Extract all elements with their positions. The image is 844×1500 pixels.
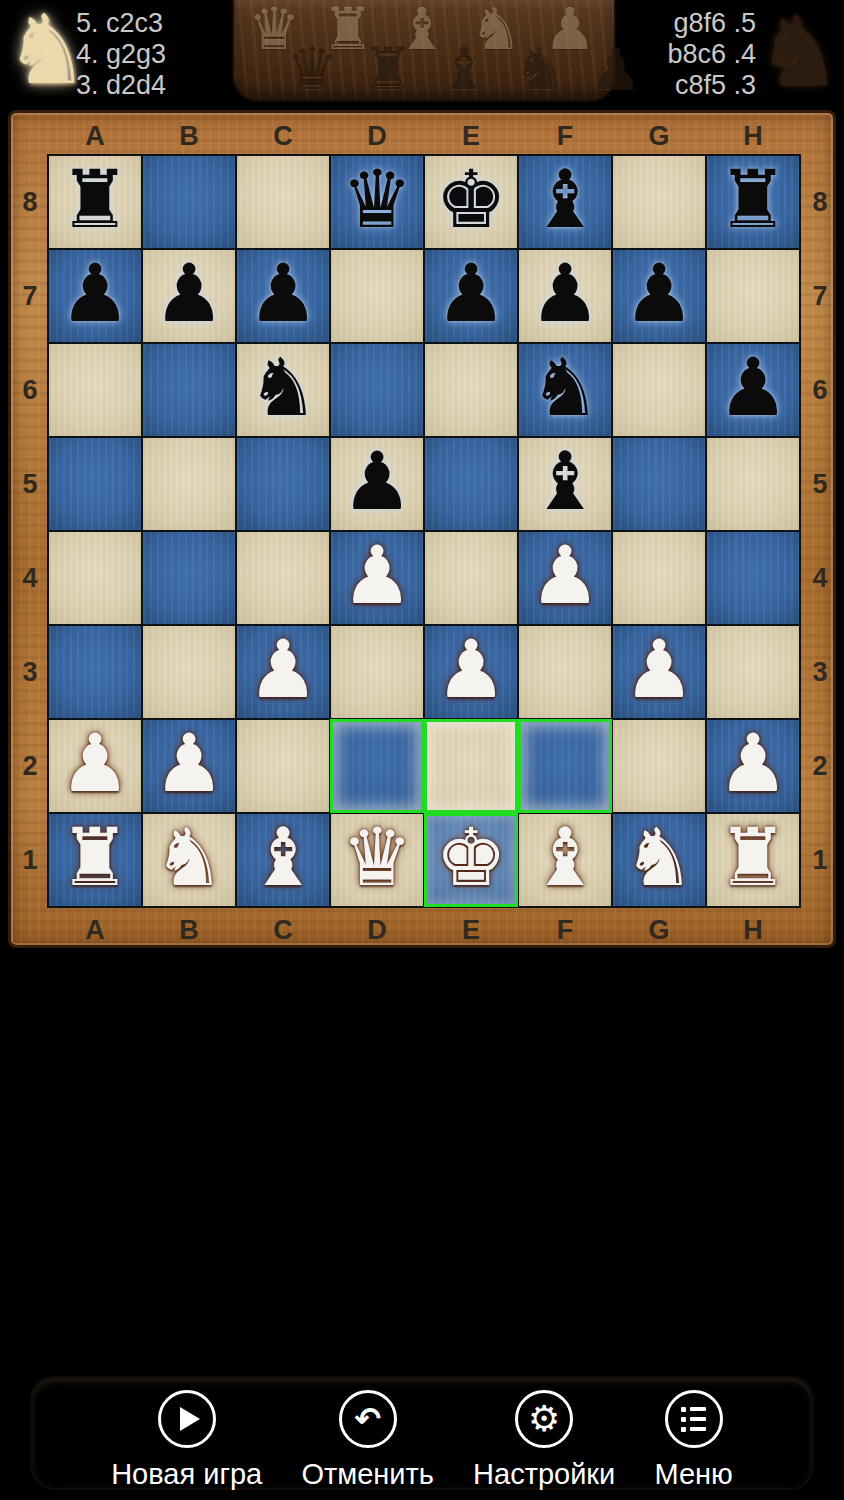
board-frame: ABCDEFGH 87654321 ♜♛♚♝♜♟♟♟♟♟♟♞♞♟♟♝♟♟♟♟♟♟… bbox=[8, 110, 836, 948]
rank-label-4-right: 4 bbox=[805, 531, 835, 625]
square-d8[interactable]: ♛ bbox=[330, 155, 424, 249]
square-d7[interactable] bbox=[330, 249, 424, 343]
menu-label: Меню bbox=[654, 1458, 732, 1491]
square-c3[interactable]: ♟ bbox=[236, 625, 330, 719]
black-move-list: g8f6 .5 b8c6 .4 c8f5 .3 bbox=[667, 8, 756, 101]
square-b6[interactable] bbox=[142, 343, 236, 437]
square-d3[interactable] bbox=[330, 625, 424, 719]
square-e3[interactable]: ♟ bbox=[424, 625, 518, 719]
square-g8[interactable] bbox=[612, 155, 706, 249]
undo-button[interactable]: ↶Отменить bbox=[301, 1390, 434, 1491]
rank-label-8-right: 8 bbox=[805, 155, 835, 249]
black-bishop-f5: ♝ bbox=[529, 442, 601, 522]
square-b5[interactable] bbox=[142, 437, 236, 531]
settings-button[interactable]: ⚙Настройки bbox=[473, 1390, 615, 1491]
black-knight-c6: ♞ bbox=[247, 348, 319, 428]
settings-label: Настройки bbox=[473, 1458, 615, 1491]
black-knight-f6: ♞ bbox=[529, 348, 601, 428]
file-label-c-top: C bbox=[236, 119, 330, 153]
black-king-e8: ♚ bbox=[435, 160, 507, 240]
square-f8[interactable]: ♝ bbox=[518, 155, 612, 249]
square-d5[interactable]: ♟ bbox=[330, 437, 424, 531]
square-e5[interactable] bbox=[424, 437, 518, 531]
tray-silhouettes-dark: ♛♜♝♞♟ bbox=[286, 40, 642, 98]
square-b4[interactable] bbox=[142, 531, 236, 625]
black-pawn-a7: ♟ bbox=[59, 254, 131, 334]
square-a4[interactable] bbox=[48, 531, 142, 625]
play-icon bbox=[158, 1390, 216, 1448]
file-label-f-bottom: F bbox=[518, 913, 612, 947]
file-label-a-top: A bbox=[48, 119, 142, 153]
undo-label: Отменить bbox=[301, 1458, 434, 1491]
white-pawn-b2: ♟ bbox=[153, 724, 225, 804]
square-f7[interactable]: ♟ bbox=[518, 249, 612, 343]
square-c4[interactable] bbox=[236, 531, 330, 625]
file-label-d-bottom: D bbox=[330, 913, 424, 947]
square-f1[interactable]: ♝ bbox=[518, 813, 612, 907]
white-pawn-g3: ♟ bbox=[623, 630, 695, 710]
rank-label-7-right: 7 bbox=[805, 249, 835, 343]
tray-dark-pawn-icon: ♟ bbox=[590, 40, 642, 98]
square-g3[interactable]: ♟ bbox=[612, 625, 706, 719]
square-f2[interactable] bbox=[518, 719, 612, 813]
rank-label-1-right: 1 bbox=[805, 813, 835, 907]
bottom-toolbar: Новая игра↶Отменить⚙НастройкиМеню bbox=[30, 1376, 814, 1490]
file-label-c-bottom: C bbox=[236, 913, 330, 947]
tray-dark-knight-icon: ♞ bbox=[514, 40, 566, 98]
rank-label-3-right: 3 bbox=[805, 625, 835, 719]
rank-label-1-left: 1 bbox=[15, 813, 45, 907]
square-g7[interactable]: ♟ bbox=[612, 249, 706, 343]
black-knight-figurine: ♞ bbox=[756, 4, 842, 100]
white-move-list: 5. c2c3 4. g2g3 3. d2d4 bbox=[76, 8, 166, 101]
square-g4[interactable] bbox=[612, 531, 706, 625]
black-pawn-f7: ♟ bbox=[529, 254, 601, 334]
captured-pieces-tray: ♛♜♝♞♟ ♛♜♝♞♟ bbox=[232, 0, 616, 102]
top-bar: ♞ 5. c2c3 4. g2g3 3. d2d4 ♛♜♝♞♟ ♛♜♝♞♟ g8… bbox=[0, 0, 844, 110]
square-b8[interactable] bbox=[142, 155, 236, 249]
rank-label-7-left: 7 bbox=[15, 249, 45, 343]
white-queen-d1: ♛ bbox=[341, 818, 413, 898]
file-label-b-bottom: B bbox=[142, 913, 236, 947]
square-h8[interactable]: ♜ bbox=[706, 155, 800, 249]
file-labels-bottom: ABCDEFGH bbox=[48, 913, 800, 947]
rank-label-6-left: 6 bbox=[15, 343, 45, 437]
file-label-g-top: G bbox=[612, 119, 706, 153]
white-king-e1: ♚ bbox=[435, 818, 507, 898]
rank-labels-right: 87654321 bbox=[805, 155, 835, 907]
square-c1[interactable]: ♝ bbox=[236, 813, 330, 907]
chess-board: ♜♛♚♝♜♟♟♟♟♟♟♞♞♟♟♝♟♟♟♟♟♟♟♟♜♞♝♛♚♝♞♜ bbox=[47, 154, 801, 908]
square-a3[interactable] bbox=[48, 625, 142, 719]
black-pawn-d5: ♟ bbox=[341, 442, 413, 522]
file-label-e-top: E bbox=[424, 119, 518, 153]
square-g2[interactable] bbox=[612, 719, 706, 813]
square-f6[interactable]: ♞ bbox=[518, 343, 612, 437]
square-d2[interactable] bbox=[330, 719, 424, 813]
tray-dark-bishop-icon: ♝ bbox=[438, 40, 490, 98]
white-pawn-d4: ♟ bbox=[341, 536, 413, 616]
square-h1[interactable]: ♜ bbox=[706, 813, 800, 907]
tray-dark-rook-icon: ♜ bbox=[362, 40, 414, 98]
square-e1[interactable]: ♚ bbox=[424, 813, 518, 907]
square-d6[interactable] bbox=[330, 343, 424, 437]
square-h4[interactable] bbox=[706, 531, 800, 625]
square-h7[interactable] bbox=[706, 249, 800, 343]
square-a1[interactable]: ♜ bbox=[48, 813, 142, 907]
rank-labels-left: 87654321 bbox=[15, 155, 45, 907]
black-pawn-c7: ♟ bbox=[247, 254, 319, 334]
black-rook-a8: ♜ bbox=[59, 160, 131, 240]
square-g5[interactable] bbox=[612, 437, 706, 531]
rank-label-2-right: 2 bbox=[805, 719, 835, 813]
white-bishop-f1: ♝ bbox=[529, 818, 601, 898]
file-label-h-bottom: H bbox=[706, 913, 800, 947]
square-c6[interactable]: ♞ bbox=[236, 343, 330, 437]
square-a2[interactable]: ♟ bbox=[48, 719, 142, 813]
white-rook-h1: ♜ bbox=[717, 818, 789, 898]
square-d1[interactable]: ♛ bbox=[330, 813, 424, 907]
file-label-h-top: H bbox=[706, 119, 800, 153]
rank-label-2-left: 2 bbox=[15, 719, 45, 813]
list-icon bbox=[665, 1390, 723, 1448]
square-e4[interactable] bbox=[424, 531, 518, 625]
square-e2[interactable] bbox=[424, 719, 518, 813]
black-pawn-h6: ♟ bbox=[717, 348, 789, 428]
rank-label-5-left: 5 bbox=[15, 437, 45, 531]
square-e7[interactable]: ♟ bbox=[424, 249, 518, 343]
black-rook-h8: ♜ bbox=[717, 160, 789, 240]
square-e6[interactable] bbox=[424, 343, 518, 437]
new-game-label: Новая игра bbox=[111, 1458, 262, 1491]
white-bishop-c1: ♝ bbox=[247, 818, 319, 898]
square-c7[interactable]: ♟ bbox=[236, 249, 330, 343]
square-b7[interactable]: ♟ bbox=[142, 249, 236, 343]
file-label-f-top: F bbox=[518, 119, 612, 153]
white-pawn-e3: ♟ bbox=[435, 630, 507, 710]
square-a8[interactable]: ♜ bbox=[48, 155, 142, 249]
file-label-d-top: D bbox=[330, 119, 424, 153]
square-h2[interactable]: ♟ bbox=[706, 719, 800, 813]
square-c8[interactable] bbox=[236, 155, 330, 249]
rank-label-5-right: 5 bbox=[805, 437, 835, 531]
white-knight-g1: ♞ bbox=[623, 818, 695, 898]
square-h3[interactable] bbox=[706, 625, 800, 719]
black-pawn-g7: ♟ bbox=[623, 254, 695, 334]
white-rook-a1: ♜ bbox=[59, 818, 131, 898]
new-game-button[interactable]: Новая игра bbox=[111, 1390, 262, 1491]
square-c5[interactable] bbox=[236, 437, 330, 531]
square-f3[interactable] bbox=[518, 625, 612, 719]
undo-arrow-icon: ↶ bbox=[339, 1390, 397, 1448]
file-label-a-bottom: A bbox=[48, 913, 142, 947]
square-b1[interactable]: ♞ bbox=[142, 813, 236, 907]
square-b3[interactable] bbox=[142, 625, 236, 719]
tray-dark-queen-icon: ♛ bbox=[286, 40, 338, 98]
black-pawn-e7: ♟ bbox=[435, 254, 507, 334]
white-pawn-c3: ♟ bbox=[247, 630, 319, 710]
square-e8[interactable]: ♚ bbox=[424, 155, 518, 249]
square-f5[interactable]: ♝ bbox=[518, 437, 612, 531]
gear-icon: ⚙ bbox=[515, 1390, 573, 1448]
square-d4[interactable]: ♟ bbox=[330, 531, 424, 625]
file-label-b-top: B bbox=[142, 119, 236, 153]
menu-button[interactable]: Меню bbox=[654, 1390, 732, 1491]
file-label-g-bottom: G bbox=[612, 913, 706, 947]
square-h6[interactable]: ♟ bbox=[706, 343, 800, 437]
white-pawn-h2: ♟ bbox=[717, 724, 789, 804]
chess-app-screen: ♞ 5. c2c3 4. g2g3 3. d2d4 ♛♜♝♞♟ ♛♜♝♞♟ g8… bbox=[0, 0, 844, 1500]
square-h5[interactable] bbox=[706, 437, 800, 531]
square-a6[interactable] bbox=[48, 343, 142, 437]
file-label-e-bottom: E bbox=[424, 913, 518, 947]
black-bishop-f8: ♝ bbox=[529, 160, 601, 240]
rank-label-3-left: 3 bbox=[15, 625, 45, 719]
white-knight-b1: ♞ bbox=[153, 818, 225, 898]
rank-label-6-right: 6 bbox=[805, 343, 835, 437]
black-pawn-b7: ♟ bbox=[153, 254, 225, 334]
square-b2[interactable]: ♟ bbox=[142, 719, 236, 813]
rank-label-4-left: 4 bbox=[15, 531, 45, 625]
white-pawn-a2: ♟ bbox=[59, 724, 131, 804]
rank-label-8-left: 8 bbox=[15, 155, 45, 249]
square-a5[interactable] bbox=[48, 437, 142, 531]
black-queen-d8: ♛ bbox=[341, 160, 413, 240]
square-a7[interactable]: ♟ bbox=[48, 249, 142, 343]
white-pawn-f4: ♟ bbox=[529, 536, 601, 616]
square-g6[interactable] bbox=[612, 343, 706, 437]
square-c2[interactable] bbox=[236, 719, 330, 813]
square-g1[interactable]: ♞ bbox=[612, 813, 706, 907]
square-f4[interactable]: ♟ bbox=[518, 531, 612, 625]
file-labels-top: ABCDEFGH bbox=[48, 119, 800, 153]
